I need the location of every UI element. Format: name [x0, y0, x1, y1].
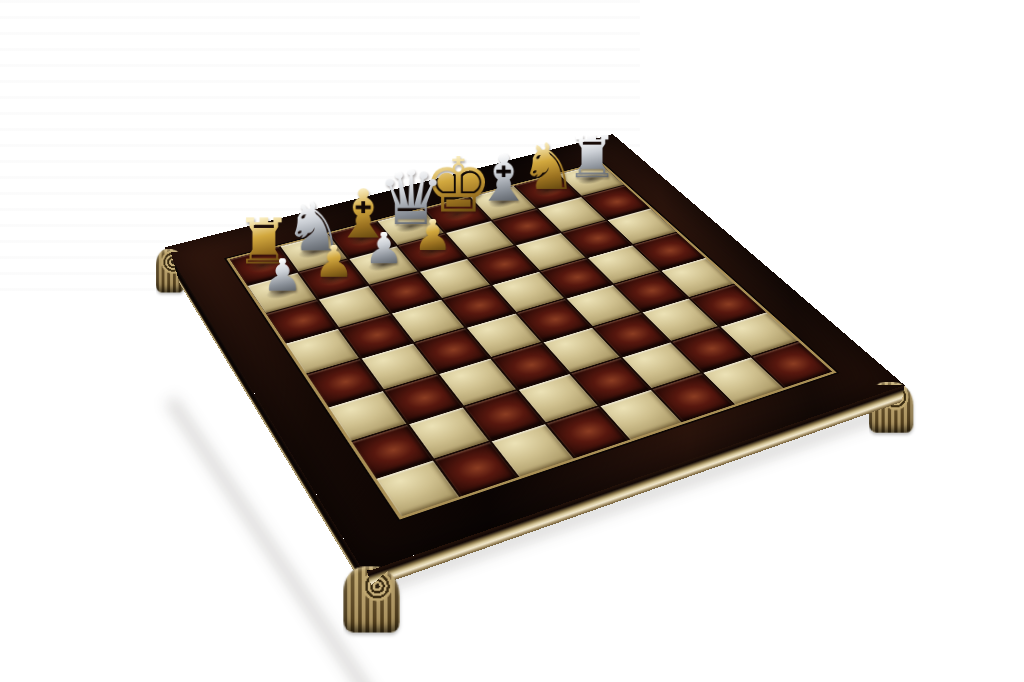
photo-stage: ♜♞♝♛♚♝♞♜♟♟♟♟	[0, 0, 1024, 682]
piece-silver-pawn: ♟	[364, 232, 404, 266]
square-h1	[753, 342, 833, 388]
square-h2	[721, 312, 798, 355]
board-grid: ♜♞♝♛♚♝♞♜♟♟♟♟	[226, 162, 836, 520]
piece-silver-pawn: ♟	[262, 258, 303, 293]
corner-foot-near-icon	[343, 566, 399, 632]
scene-3d: ♜♞♝♛♚♝♞♜♟♟♟♟	[0, 0, 1024, 682]
board-frame: ♜♞♝♛♚♝♞♜♟♟♟♟	[165, 134, 905, 572]
piece-gold-pawn: ♟	[413, 219, 452, 253]
piece-gold-pawn: ♟	[314, 245, 354, 280]
chess-board: ♜♞♝♛♚♝♞♜♟♟♟♟	[165, 134, 905, 572]
